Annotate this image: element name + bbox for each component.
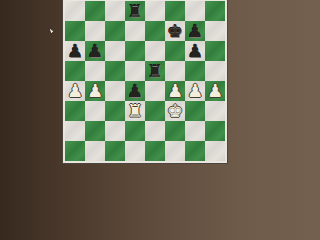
square-c3[interactable] <box>105 101 125 121</box>
square-b7[interactable] <box>85 21 105 41</box>
piece-white-rook-d3[interactable]: ♜ <box>125 101 145 121</box>
chess-board: ♜♚♟♟♟♟♜♟♟♟♟♟♟♜♚ <box>65 1 225 161</box>
square-e3[interactable] <box>145 101 165 121</box>
square-g4[interactable]: ♟ <box>185 81 205 101</box>
square-f1[interactable] <box>165 141 185 161</box>
piece-white-pawn-b4[interactable]: ♟ <box>85 81 105 101</box>
piece-black-pawn-g6[interactable]: ♟ <box>185 41 205 61</box>
piece-black-pawn-d4[interactable]: ♟ <box>125 81 145 101</box>
square-d2[interactable] <box>125 121 145 141</box>
square-c4[interactable] <box>105 81 125 101</box>
piece-white-pawn-a4[interactable]: ♟ <box>65 81 85 101</box>
square-a8[interactable] <box>65 1 85 21</box>
square-d6[interactable] <box>125 41 145 61</box>
square-d5[interactable] <box>125 61 145 81</box>
square-g2[interactable] <box>185 121 205 141</box>
square-d4[interactable]: ♟ <box>125 81 145 101</box>
mouse-cursor-icon <box>50 29 53 33</box>
square-a5[interactable] <box>65 61 85 81</box>
square-e8[interactable] <box>145 1 165 21</box>
square-g6[interactable]: ♟ <box>185 41 205 61</box>
piece-black-pawn-g7[interactable]: ♟ <box>185 21 205 41</box>
piece-white-pawn-g4[interactable]: ♟ <box>185 81 205 101</box>
piece-white-king-f3[interactable]: ♚ <box>165 101 185 121</box>
square-f8[interactable] <box>165 1 185 21</box>
square-a7[interactable] <box>65 21 85 41</box>
piece-white-pawn-f4[interactable]: ♟ <box>165 81 185 101</box>
square-f2[interactable] <box>165 121 185 141</box>
square-d1[interactable] <box>125 141 145 161</box>
square-g1[interactable] <box>185 141 205 161</box>
square-e6[interactable] <box>145 41 165 61</box>
square-e7[interactable] <box>145 21 165 41</box>
square-d7[interactable] <box>125 21 145 41</box>
square-a3[interactable] <box>65 101 85 121</box>
square-e4[interactable] <box>145 81 165 101</box>
square-b5[interactable] <box>85 61 105 81</box>
piece-black-rook-e5[interactable]: ♜ <box>145 61 165 81</box>
square-c5[interactable] <box>105 61 125 81</box>
square-f7[interactable]: ♚ <box>165 21 185 41</box>
square-c8[interactable] <box>105 1 125 21</box>
square-h6[interactable] <box>205 41 225 61</box>
video-frame-background: { "game": "chess", "position": { "fen": … <box>0 0 300 168</box>
square-d3[interactable]: ♜ <box>125 101 145 121</box>
square-d8[interactable]: ♜ <box>125 1 145 21</box>
piece-black-pawn-a6[interactable]: ♟ <box>65 41 85 61</box>
piece-black-rook-d8[interactable]: ♜ <box>125 1 145 21</box>
square-a1[interactable] <box>65 141 85 161</box>
square-e5[interactable]: ♜ <box>145 61 165 81</box>
square-e1[interactable] <box>145 141 165 161</box>
square-a2[interactable] <box>65 121 85 141</box>
square-f6[interactable] <box>165 41 185 61</box>
square-a4[interactable]: ♟ <box>65 81 85 101</box>
square-b3[interactable] <box>85 101 105 121</box>
chess-board-frame: ♜♚♟♟♟♟♜♟♟♟♟♟♟♜♚ <box>63 0 227 163</box>
square-b2[interactable] <box>85 121 105 141</box>
piece-black-pawn-b6[interactable]: ♟ <box>85 41 105 61</box>
square-h4[interactable]: ♟ <box>205 81 225 101</box>
square-b4[interactable]: ♟ <box>85 81 105 101</box>
square-h2[interactable] <box>205 121 225 141</box>
square-a6[interactable]: ♟ <box>65 41 85 61</box>
square-g3[interactable] <box>185 101 205 121</box>
square-g5[interactable] <box>185 61 205 81</box>
square-h7[interactable] <box>205 21 225 41</box>
piece-white-pawn-h4[interactable]: ♟ <box>205 81 225 101</box>
square-b1[interactable] <box>85 141 105 161</box>
square-b6[interactable]: ♟ <box>85 41 105 61</box>
square-c1[interactable] <box>105 141 125 161</box>
square-c7[interactable] <box>105 21 125 41</box>
square-c6[interactable] <box>105 41 125 61</box>
piece-black-king-f7[interactable]: ♚ <box>165 21 185 41</box>
square-f4[interactable]: ♟ <box>165 81 185 101</box>
square-e2[interactable] <box>145 121 165 141</box>
square-g7[interactable]: ♟ <box>185 21 205 41</box>
square-h5[interactable] <box>205 61 225 81</box>
square-h1[interactable] <box>205 141 225 161</box>
square-b8[interactable] <box>85 1 105 21</box>
square-h3[interactable] <box>205 101 225 121</box>
square-c2[interactable] <box>105 121 125 141</box>
square-f3[interactable]: ♚ <box>165 101 185 121</box>
square-g8[interactable] <box>185 1 205 21</box>
square-h8[interactable] <box>205 1 225 21</box>
square-f5[interactable] <box>165 61 185 81</box>
